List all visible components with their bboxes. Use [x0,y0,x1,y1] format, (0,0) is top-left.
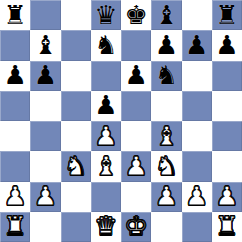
black-bishop-icon: ♝ [155,0,178,30]
white-knight-icon: ♞ [155,151,178,181]
square-f7[interactable]: ♟ [151,30,181,60]
square-g5[interactable] [182,91,212,121]
square-h2[interactable]: ♟ [212,182,242,212]
white-rook-icon: ♜ [3,212,26,242]
black-pawn-icon: ♟ [185,30,208,60]
black-pawn-icon: ♟ [155,30,178,60]
square-g4[interactable] [182,121,212,151]
square-e7[interactable] [121,30,151,60]
white-queen-icon: ♛ [94,212,117,242]
square-f8[interactable]: ♝ [151,0,181,30]
square-f2[interactable]: ♟ [151,182,181,212]
square-f3[interactable]: ♞ [151,151,181,181]
white-pawn-icon: ♟ [34,182,57,212]
square-a5[interactable] [0,91,30,121]
square-e8[interactable]: ♚ [121,0,151,30]
square-c3[interactable]: ♞ [61,151,91,181]
square-a3[interactable] [0,151,30,181]
square-h5[interactable] [212,91,242,121]
square-g6[interactable] [182,61,212,91]
square-b8[interactable] [30,0,60,30]
square-c4[interactable] [61,121,91,151]
black-knight-icon: ♞ [155,61,178,91]
square-b4[interactable] [30,121,60,151]
square-c7[interactable] [61,30,91,60]
square-d7[interactable]: ♞ [91,30,121,60]
white-bishop-icon: ♝ [94,151,117,181]
square-d8[interactable]: ♛ [91,0,121,30]
square-c8[interactable] [61,0,91,30]
square-g2[interactable]: ♟ [182,182,212,212]
square-e4[interactable] [121,121,151,151]
square-b5[interactable] [30,91,60,121]
square-f5[interactable] [151,91,181,121]
black-pawn-icon: ♟ [94,91,117,121]
white-pawn-icon: ♟ [124,151,147,181]
square-f6[interactable]: ♞ [151,61,181,91]
black-knight-icon: ♞ [94,30,117,60]
square-e2[interactable] [121,182,151,212]
square-h4[interactable] [212,121,242,151]
square-d6[interactable] [91,61,121,91]
black-pawn-icon: ♟ [124,61,147,91]
square-b3[interactable] [30,151,60,181]
black-pawn-icon: ♟ [3,61,26,91]
square-d5[interactable]: ♟ [91,91,121,121]
white-pawn-icon: ♟ [215,182,238,212]
black-queen-icon: ♛ [94,0,117,30]
white-pawn-icon: ♟ [155,182,178,212]
black-bishop-icon: ♝ [34,30,57,60]
black-pawn-icon: ♟ [34,61,57,91]
square-h8[interactable]: ♜ [212,0,242,30]
square-f1[interactable] [151,212,181,242]
square-a7[interactable] [0,30,30,60]
white-king-icon: ♚ [124,212,147,242]
square-d4[interactable]: ♟ [91,121,121,151]
square-g7[interactable]: ♟ [182,30,212,60]
square-a8[interactable]: ♜ [0,0,30,30]
white-pawn-icon: ♟ [94,121,117,151]
square-g8[interactable] [182,0,212,30]
square-a6[interactable]: ♟ [0,61,30,91]
square-b1[interactable] [30,212,60,242]
black-rook-icon: ♜ [215,0,238,30]
white-pawn-icon: ♟ [185,182,208,212]
square-c6[interactable] [61,61,91,91]
square-b2[interactable]: ♟ [30,182,60,212]
black-king-icon: ♚ [124,0,147,30]
black-rook-icon: ♜ [3,0,26,30]
white-knight-icon: ♞ [64,151,87,181]
square-h1[interactable]: ♜ [212,212,242,242]
square-g3[interactable] [182,151,212,181]
square-e5[interactable] [121,91,151,121]
square-e3[interactable]: ♟ [121,151,151,181]
square-c1[interactable] [61,212,91,242]
square-h7[interactable]: ♟ [212,30,242,60]
black-pawn-icon: ♟ [215,30,238,60]
square-c2[interactable] [61,182,91,212]
white-bishop-icon: ♝ [155,121,178,151]
square-e6[interactable]: ♟ [121,61,151,91]
square-d3[interactable]: ♝ [91,151,121,181]
square-b6[interactable]: ♟ [30,61,60,91]
square-f4[interactable]: ♝ [151,121,181,151]
square-g1[interactable] [182,212,212,242]
square-e1[interactable]: ♚ [121,212,151,242]
square-h3[interactable] [212,151,242,181]
square-a2[interactable]: ♟ [0,182,30,212]
square-h6[interactable] [212,61,242,91]
square-d1[interactable]: ♛ [91,212,121,242]
chess-board: ♜♛♚♝♜♝♞♟♟♟♟♟♟♞♟♟♝♞♝♟♞♟♟♟♟♟♜♛♚♜ [0,0,242,242]
white-rook-icon: ♜ [215,212,238,242]
square-a4[interactable] [0,121,30,151]
square-d2[interactable] [91,182,121,212]
square-c5[interactable] [61,91,91,121]
white-pawn-icon: ♟ [3,182,26,212]
square-a1[interactable]: ♜ [0,212,30,242]
square-b7[interactable]: ♝ [30,30,60,60]
